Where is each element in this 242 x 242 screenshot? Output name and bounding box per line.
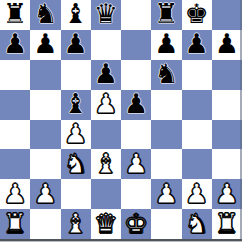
square-b4[interactable] (30, 120, 60, 150)
square-h4[interactable] (212, 120, 242, 150)
piece-white-pawn: ♟ (94, 90, 118, 117)
square-d2[interactable] (91, 179, 121, 209)
square-a8[interactable]: ♜ (0, 0, 30, 30)
square-c7[interactable]: ♟ (61, 30, 91, 60)
square-e4[interactable] (121, 120, 151, 150)
square-b7[interactable]: ♟ (30, 30, 60, 60)
square-a2[interactable]: ♟ (0, 179, 30, 209)
square-e1[interactable]: ♚ (121, 209, 151, 239)
piece-black-pawn: ♟ (64, 30, 88, 57)
square-c6[interactable] (61, 60, 91, 90)
square-e2[interactable] (121, 179, 151, 209)
square-c8[interactable]: ♝ (61, 0, 91, 30)
square-f5[interactable] (151, 90, 181, 120)
piece-black-pawn: ♟ (3, 30, 27, 57)
piece-white-pawn: ♟ (215, 180, 239, 207)
square-c4[interactable]: ♟ (61, 120, 91, 150)
square-g5[interactable] (182, 90, 212, 120)
chess-board: ♜♞♝♛♜♚♟♟♟♟♟♟♟♞♝♟♟♟♞♝♟♟♟♟♟♟♜♝♛♚♞♜ (0, 0, 242, 239)
square-b3[interactable] (30, 149, 60, 179)
piece-white-queen: ♛ (94, 210, 118, 237)
square-d7[interactable] (91, 30, 121, 60)
square-d8[interactable]: ♛ (91, 0, 121, 30)
square-d3[interactable]: ♝ (91, 149, 121, 179)
square-a4[interactable] (0, 120, 30, 150)
square-h1[interactable]: ♜ (212, 209, 242, 239)
square-e6[interactable] (121, 60, 151, 90)
square-c5[interactable]: ♝ (61, 90, 91, 120)
piece-black-bishop: ♝ (64, 90, 88, 117)
square-h6[interactable] (212, 60, 242, 90)
piece-black-pawn: ♟ (215, 30, 239, 57)
square-h3[interactable] (212, 149, 242, 179)
square-b6[interactable] (30, 60, 60, 90)
piece-white-pawn: ♟ (185, 180, 209, 207)
screen-edge-right (240, 0, 242, 239)
chess-app-screenshot: ♜♞♝♛♜♚♟♟♟♟♟♟♟♞♝♟♟♟♞♝♟♟♟♟♟♟♜♝♛♚♞♜ (0, 0, 242, 242)
square-d5[interactable]: ♟ (91, 90, 121, 120)
square-b1[interactable] (30, 209, 60, 239)
square-b2[interactable]: ♟ (30, 179, 60, 209)
square-e7[interactable] (121, 30, 151, 60)
square-a6[interactable] (0, 60, 30, 90)
square-g2[interactable]: ♟ (182, 179, 212, 209)
square-e5[interactable]: ♟ (121, 90, 151, 120)
piece-black-king: ♚ (185, 0, 209, 27)
square-f8[interactable]: ♜ (151, 0, 181, 30)
square-g6[interactable] (182, 60, 212, 90)
piece-white-knight: ♞ (64, 150, 88, 177)
square-g4[interactable] (182, 120, 212, 150)
piece-white-pawn: ♟ (154, 180, 178, 207)
square-a7[interactable]: ♟ (0, 30, 30, 60)
piece-white-bishop: ♝ (94, 150, 118, 177)
square-h7[interactable]: ♟ (212, 30, 242, 60)
piece-black-queen: ♛ (94, 0, 118, 27)
square-f7[interactable]: ♟ (151, 30, 181, 60)
piece-black-pawn: ♟ (124, 90, 148, 117)
square-e8[interactable] (121, 0, 151, 30)
piece-black-rook: ♜ (154, 0, 178, 27)
piece-black-pawn: ♟ (154, 30, 178, 57)
square-f1[interactable] (151, 209, 181, 239)
square-d6[interactable]: ♟ (91, 60, 121, 90)
square-f2[interactable]: ♟ (151, 179, 181, 209)
square-g1[interactable]: ♞ (182, 209, 212, 239)
square-a3[interactable] (0, 149, 30, 179)
piece-black-pawn: ♟ (94, 60, 118, 87)
piece-black-knight: ♞ (154, 60, 178, 87)
piece-white-bishop: ♝ (64, 210, 88, 237)
piece-white-pawn: ♟ (33, 180, 57, 207)
piece-white-rook: ♜ (215, 210, 239, 237)
square-f6[interactable]: ♞ (151, 60, 181, 90)
square-a5[interactable] (0, 90, 30, 120)
piece-white-pawn: ♟ (124, 150, 148, 177)
square-h2[interactable]: ♟ (212, 179, 242, 209)
piece-white-rook: ♜ (3, 210, 27, 237)
square-a1[interactable]: ♜ (0, 209, 30, 239)
square-h8[interactable] (212, 0, 242, 30)
square-g3[interactable] (182, 149, 212, 179)
square-g7[interactable]: ♟ (182, 30, 212, 60)
square-f4[interactable] (151, 120, 181, 150)
piece-white-king: ♚ (124, 210, 148, 237)
square-h5[interactable] (212, 90, 242, 120)
piece-white-pawn: ♟ (64, 120, 88, 147)
square-c2[interactable] (61, 179, 91, 209)
piece-black-bishop: ♝ (64, 0, 88, 27)
square-f3[interactable] (151, 149, 181, 179)
piece-white-knight: ♞ (185, 210, 209, 237)
square-d1[interactable]: ♛ (91, 209, 121, 239)
piece-black-pawn: ♟ (33, 30, 57, 57)
square-g8[interactable]: ♚ (182, 0, 212, 30)
piece-white-pawn: ♟ (3, 180, 27, 207)
piece-black-pawn: ♟ (185, 30, 209, 57)
square-b5[interactable] (30, 90, 60, 120)
square-b8[interactable]: ♞ (30, 0, 60, 30)
piece-black-rook: ♜ (3, 0, 27, 27)
square-d4[interactable] (91, 120, 121, 150)
square-c3[interactable]: ♞ (61, 149, 91, 179)
square-e3[interactable]: ♟ (121, 149, 151, 179)
piece-black-knight: ♞ (33, 0, 57, 27)
square-c1[interactable]: ♝ (61, 209, 91, 239)
